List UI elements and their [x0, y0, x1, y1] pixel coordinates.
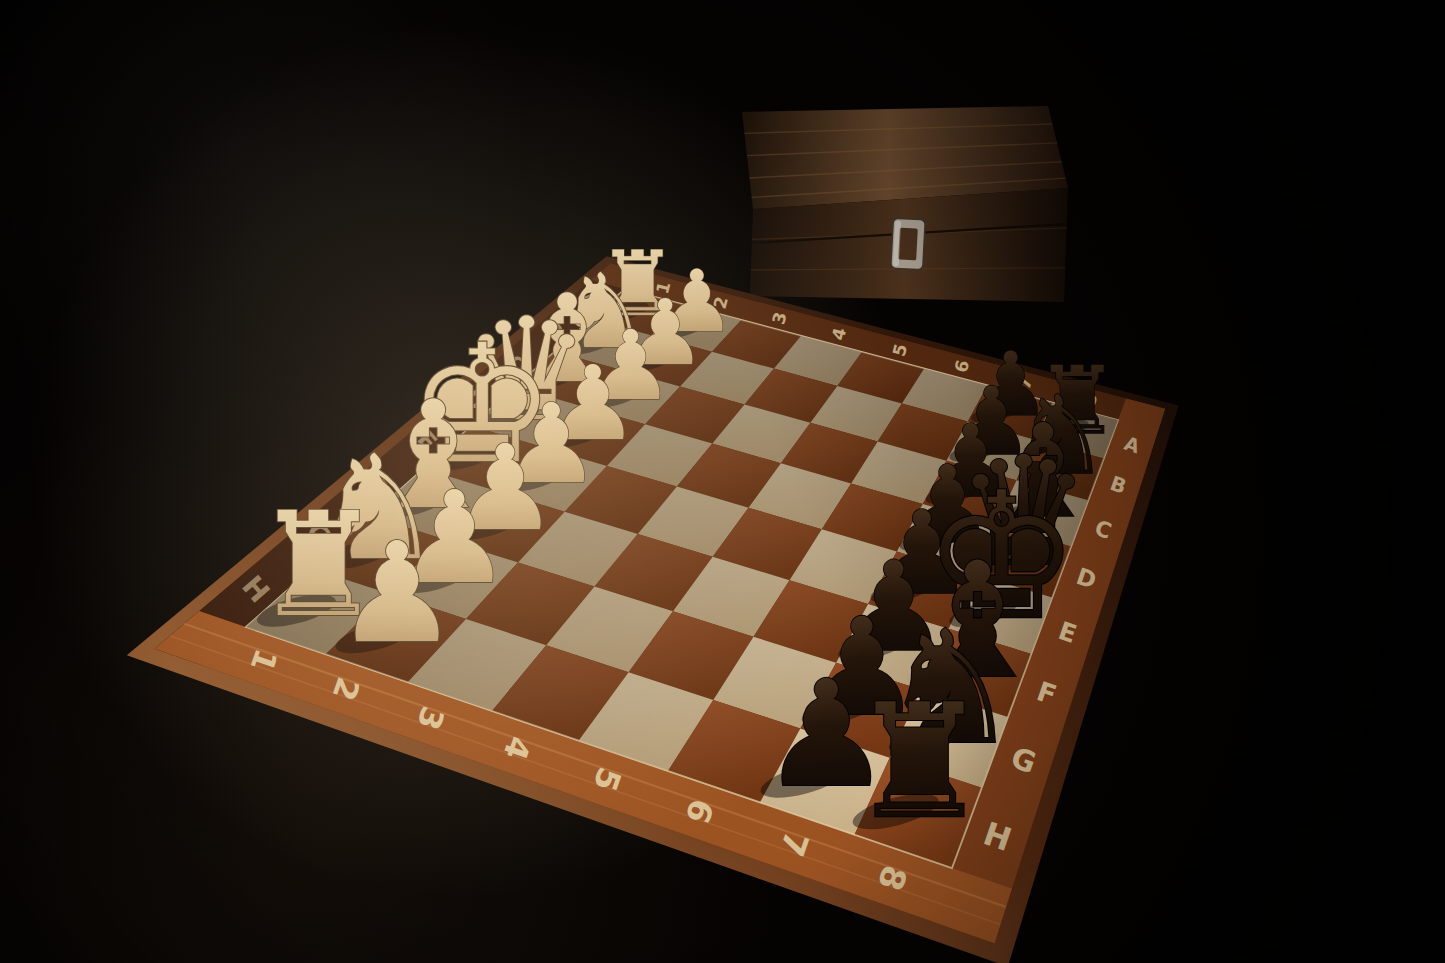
vignette-overlay: [0, 0, 1445, 963]
chess-photo-scene: AABBCCDDEEFFGGHH1122334455667788 ♜♟♞♟♝♟♟…: [0, 0, 1445, 963]
chess-scene-svg: AABBCCDDEEFFGGHH1122334455667788 ♜♟♞♟♝♟♟…: [0, 0, 1445, 963]
